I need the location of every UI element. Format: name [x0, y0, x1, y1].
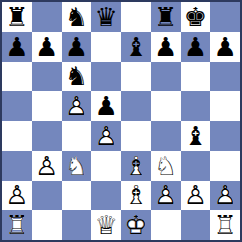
square-g2[interactable]: ♟♙ — [181, 181, 211, 211]
piece-wP-a2[interactable]: ♟♙ — [2, 181, 32, 211]
square-h7[interactable]: ♟ — [210, 32, 240, 62]
piece-bP-h7[interactable]: ♟ — [210, 32, 240, 62]
square-a7[interactable]: ♟ — [2, 32, 32, 62]
square-g7[interactable]: ♟ — [181, 32, 211, 62]
piece-wP-h2[interactable]: ♟♙ — [210, 181, 240, 211]
square-f5[interactable] — [151, 91, 181, 121]
piece-bR-f8[interactable]: ♜ — [151, 2, 181, 32]
square-d3[interactable] — [91, 151, 121, 181]
black-piece-glyph: ♚ — [181, 2, 211, 32]
square-e6[interactable] — [121, 62, 151, 92]
piece-wP-d4[interactable]: ♟♙ — [91, 121, 121, 151]
square-b8[interactable] — [32, 2, 62, 32]
black-piece-glyph: ♞ — [62, 2, 92, 32]
square-g5[interactable] — [181, 91, 211, 121]
black-piece-glyph: ♝ — [181, 121, 211, 151]
square-d2[interactable] — [91, 181, 121, 211]
black-piece-glyph: ♝ — [121, 32, 151, 62]
black-piece-glyph: ♜ — [151, 2, 181, 32]
square-g4[interactable]: ♝ — [181, 121, 211, 151]
black-piece-glyph: ♛ — [91, 2, 121, 32]
square-a8[interactable]: ♜ — [2, 2, 32, 32]
white-piece-outline: ♙ — [32, 151, 62, 181]
square-f2[interactable]: ♟♙ — [151, 181, 181, 211]
black-piece-glyph: ♜ — [2, 2, 32, 32]
piece-bK-g8[interactable]: ♚ — [181, 2, 211, 32]
square-e4[interactable] — [121, 121, 151, 151]
square-a6[interactable] — [2, 62, 32, 92]
square-e1[interactable]: ♚♔ — [121, 210, 151, 240]
square-h4[interactable] — [210, 121, 240, 151]
piece-wQ-d1[interactable]: ♛♕ — [91, 210, 121, 240]
square-e2[interactable]: ♝♗ — [121, 181, 151, 211]
square-g3[interactable] — [181, 151, 211, 181]
black-piece-glyph: ♟ — [32, 32, 62, 62]
square-a3[interactable] — [2, 151, 32, 181]
square-f4[interactable] — [151, 121, 181, 151]
black-piece-glyph: ♟ — [181, 32, 211, 62]
piece-bQ-d8[interactable]: ♛ — [91, 2, 121, 32]
square-e7[interactable]: ♝ — [121, 32, 151, 62]
square-a5[interactable] — [2, 91, 32, 121]
square-c3[interactable]: ♞♘ — [62, 151, 92, 181]
black-piece-glyph: ♟ — [2, 32, 32, 62]
square-b2[interactable] — [32, 181, 62, 211]
piece-bP-c7[interactable]: ♟ — [62, 32, 92, 62]
square-g8[interactable]: ♚ — [181, 2, 211, 32]
square-h6[interactable] — [210, 62, 240, 92]
white-piece-outline: ♙ — [2, 181, 32, 211]
square-b1[interactable] — [32, 210, 62, 240]
white-piece-outline: ♙ — [151, 181, 181, 211]
square-f3[interactable]: ♞♘ — [151, 151, 181, 181]
white-piece-outline: ♙ — [210, 181, 240, 211]
square-a1[interactable]: ♜♖ — [2, 210, 32, 240]
square-d4[interactable]: ♟♙ — [91, 121, 121, 151]
white-piece-outline: ♖ — [210, 210, 240, 240]
square-f1[interactable] — [151, 210, 181, 240]
piece-wB-e2[interactable]: ♝♗ — [121, 181, 151, 211]
square-e5[interactable] — [121, 91, 151, 121]
square-c4[interactable] — [62, 121, 92, 151]
square-g1[interactable] — [181, 210, 211, 240]
white-piece-outline: ♔ — [121, 210, 151, 240]
piece-bP-f7[interactable]: ♟ — [151, 32, 181, 62]
chess-board: ♜♞♛♜♚♟♟♟♝♟♟♟♞♟♙♟♟♙♝♟♙♞♘♝♗♞♘♟♙♝♗♟♙♟♙♟♙♜♖♛… — [0, 0, 242, 242]
square-h8[interactable] — [210, 2, 240, 32]
white-piece-outline: ♗ — [121, 151, 151, 181]
square-d6[interactable] — [91, 62, 121, 92]
piece-wR-h1[interactable]: ♜♖ — [210, 210, 240, 240]
square-f6[interactable] — [151, 62, 181, 92]
square-b7[interactable]: ♟ — [32, 32, 62, 62]
piece-bB-g4[interactable]: ♝ — [181, 121, 211, 151]
white-piece-outline: ♗ — [121, 181, 151, 211]
square-c5[interactable]: ♟♙ — [62, 91, 92, 121]
piece-bP-b7[interactable]: ♟ — [32, 32, 62, 62]
black-piece-glyph: ♟ — [210, 32, 240, 62]
square-a4[interactable] — [2, 121, 32, 151]
square-c1[interactable] — [62, 210, 92, 240]
square-b5[interactable] — [32, 91, 62, 121]
square-f7[interactable]: ♟ — [151, 32, 181, 62]
white-piece-outline: ♕ — [91, 210, 121, 240]
square-c6[interactable]: ♞ — [62, 62, 92, 92]
square-b4[interactable] — [32, 121, 62, 151]
square-d7[interactable] — [91, 32, 121, 62]
square-b3[interactable]: ♟♙ — [32, 151, 62, 181]
piece-wP-g2[interactable]: ♟♙ — [181, 181, 211, 211]
square-h5[interactable] — [210, 91, 240, 121]
square-d1[interactable]: ♛♕ — [91, 210, 121, 240]
square-d5[interactable]: ♟ — [91, 91, 121, 121]
piece-bN-c6[interactable]: ♞ — [62, 62, 92, 92]
piece-bB-e7[interactable]: ♝ — [121, 32, 151, 62]
square-h1[interactable]: ♜♖ — [210, 210, 240, 240]
piece-wB-e3[interactable]: ♝♗ — [121, 151, 151, 181]
square-e8[interactable] — [121, 2, 151, 32]
piece-bN-c8[interactable]: ♞ — [62, 2, 92, 32]
square-h2[interactable]: ♟♙ — [210, 181, 240, 211]
white-piece-outline: ♙ — [62, 91, 92, 121]
white-piece-outline: ♙ — [181, 181, 211, 211]
square-g6[interactable] — [181, 62, 211, 92]
piece-wN-f3[interactable]: ♞♘ — [151, 151, 181, 181]
square-c8[interactable]: ♞ — [62, 2, 92, 32]
piece-wP-c5[interactable]: ♟♙ — [62, 91, 92, 121]
piece-wP-f2[interactable]: ♟♙ — [151, 181, 181, 211]
black-piece-glyph: ♟ — [62, 32, 92, 62]
piece-wK-e1[interactable]: ♚♔ — [121, 210, 151, 240]
piece-wP-b3[interactable]: ♟♙ — [32, 151, 62, 181]
square-e3[interactable]: ♝♗ — [121, 151, 151, 181]
square-a2[interactable]: ♟♙ — [2, 181, 32, 211]
white-piece-outline: ♘ — [62, 151, 92, 181]
piece-bP-d5[interactable]: ♟ — [91, 91, 121, 121]
white-piece-outline: ♘ — [151, 151, 181, 181]
square-b6[interactable] — [32, 62, 62, 92]
piece-wN-c3[interactable]: ♞♘ — [62, 151, 92, 181]
piece-bP-a7[interactable]: ♟ — [2, 32, 32, 62]
black-piece-glyph: ♞ — [62, 62, 92, 92]
square-f8[interactable]: ♜ — [151, 2, 181, 32]
piece-bR-a8[interactable]: ♜ — [2, 2, 32, 32]
white-piece-outline: ♙ — [91, 121, 121, 151]
square-c7[interactable]: ♟ — [62, 32, 92, 62]
black-piece-glyph: ♟ — [91, 91, 121, 121]
square-d8[interactable]: ♛ — [91, 2, 121, 32]
square-h3[interactable] — [210, 151, 240, 181]
black-piece-glyph: ♟ — [151, 32, 181, 62]
piece-wR-a1[interactable]: ♜♖ — [2, 210, 32, 240]
white-piece-outline: ♖ — [2, 210, 32, 240]
piece-bP-g7[interactable]: ♟ — [181, 32, 211, 62]
square-c2[interactable] — [62, 181, 92, 211]
